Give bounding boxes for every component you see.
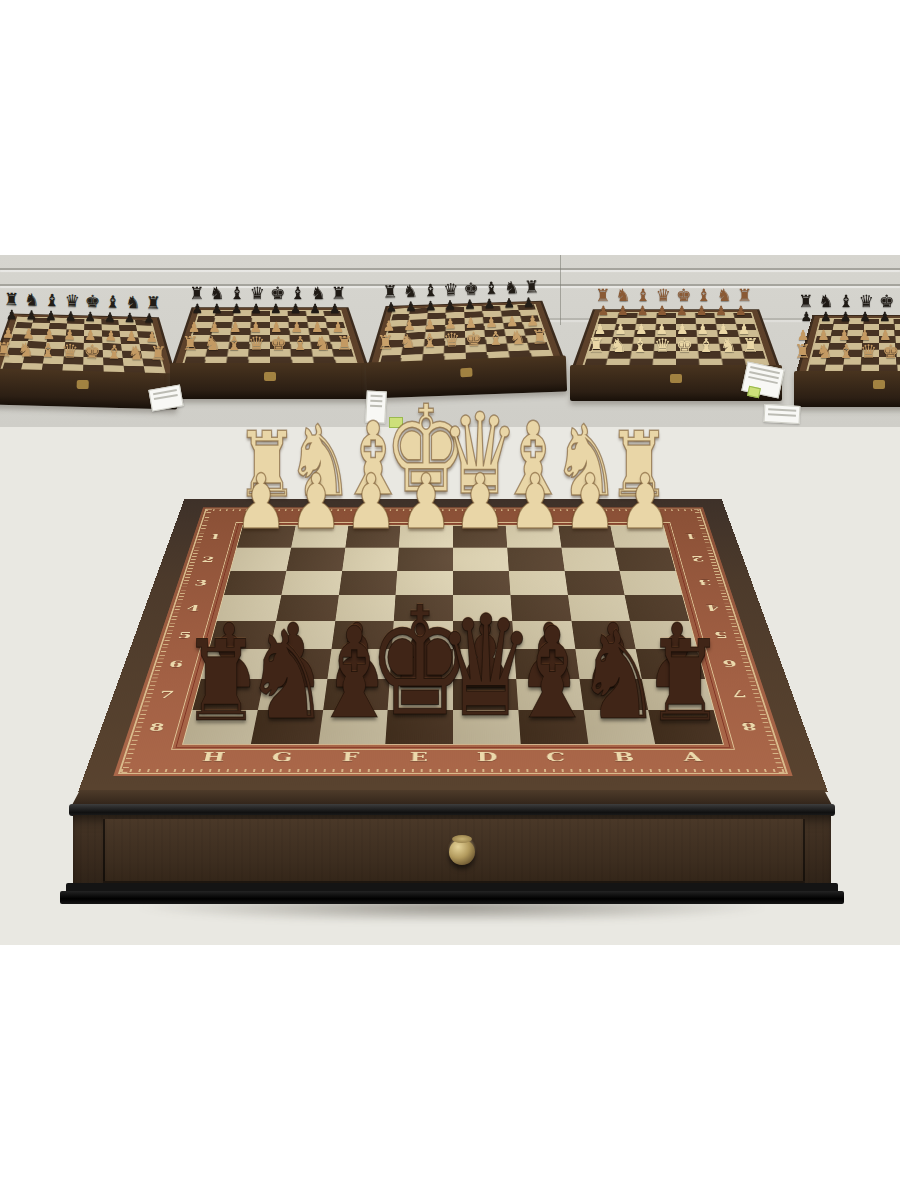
square-b2[interactable] [561,547,620,570]
coordinate-label: A [681,749,703,764]
bg-far-back-row: ♜♞♝♛♚♝♞♜ [0,291,180,313]
square-a3[interactable] [620,571,682,596]
square-f2[interactable] [342,547,399,570]
coordinate-label: 2 [690,554,705,563]
white-pawn-c2[interactable]: ♟ [509,464,562,540]
coordinate-label: 7 [730,688,748,700]
bg-far-back-row: ♜♞♝♛♚♝♞♜ [170,285,370,302]
white-pawn-e2[interactable]: ♟ [399,464,452,540]
coordinate-label: B [612,749,635,764]
coordinate-label: 3 [697,578,713,587]
case-shadow [55,901,849,921]
black-rook-a8[interactable]: ♜ [646,625,724,737]
background-board-5: ♜♞♝♛♚♝♞♜♟♟♟♟♟♟♟♟♟♟♟♟♟♟♟♟♜♞♝♛♚♝♞♜ [794,301,900,446]
white-pawn-g2[interactable]: ♟ [289,464,342,540]
bg-board-case [170,363,370,399]
bg-board-case [794,371,900,407]
square-g2[interactable] [286,547,345,570]
white-pawn-b2[interactable]: ♟ [563,464,616,540]
coordinate-label: 3 [193,578,209,587]
white-pawn-d2[interactable]: ♟ [454,464,507,540]
coordinate-label: 8 [740,720,759,733]
brass-latch-icon [77,380,89,389]
bg-far-back-row: ♜♞♝♛♚♝♞♜ [570,287,782,304]
bg-board-surface [798,316,900,376]
square-c2[interactable] [507,547,564,570]
coordinate-label: 1 [208,532,223,540]
square-h2[interactable] [231,547,291,570]
brass-latch-icon [873,380,885,389]
bg-board-surface [174,308,366,368]
coordinate-label: 8 [147,720,166,733]
coordinate-label: D [477,749,498,764]
brass-latch-icon [264,372,276,381]
coordinate-label: C [545,749,566,764]
price-tag [764,404,801,424]
square-a2[interactable] [615,547,675,570]
coordinate-label: 7 [158,688,176,700]
coordinate-label: F [341,749,360,764]
coordinate-label: H [201,749,227,764]
bg-far-back-row: ♜♞♝♛♚♝♞♜ [363,278,563,302]
white-pawn-a2[interactable]: ♟ [618,464,671,540]
square-b3[interactable] [564,571,625,596]
square-g3[interactable] [281,571,342,596]
photo-canvas: ♜♞♝♛♚♝♞♜♟♟♟♟♟♟♟♟♟♟♟♟♟♟♟♟♜♞♝♛♚♝♞♜♜♞♝♛♚♝♞♜… [0,0,900,1200]
white-pawn-h2[interactable]: ♟ [235,464,288,540]
coordinate-label: 1 [684,532,699,540]
photo-area: ♜♞♝♛♚♝♞♜♟♟♟♟♟♟♟♟♟♟♟♟♟♟♟♟♜♞♝♛♚♝♞♜♜♞♝♛♚♝♞♜… [0,255,900,945]
drawer-knob[interactable] [449,839,475,865]
coordinate-label: G [270,749,293,764]
white-pawn-f2[interactable]: ♟ [344,464,397,540]
brass-latch-icon [670,374,682,383]
coordinate-label: 2 [201,554,216,563]
board-front-bevel [72,790,832,805]
bg-far-back-row: ♜♞♝♛♚♝♞♜ [794,293,900,310]
background-board-1: ♜♞♝♛♚♝♞♜♟♟♟♟♟♟♟♟♟♟♟♟♟♟♟♟♜♞♝♛♚♝♞♜ [0,299,180,449]
brass-latch-icon [460,368,472,377]
coordinate-label: E [409,749,428,764]
price-sticker [747,386,761,398]
square-e2[interactable] [397,547,453,570]
square-h3[interactable] [224,571,286,596]
case-base-molding [60,891,844,904]
square-d2[interactable] [453,547,509,570]
